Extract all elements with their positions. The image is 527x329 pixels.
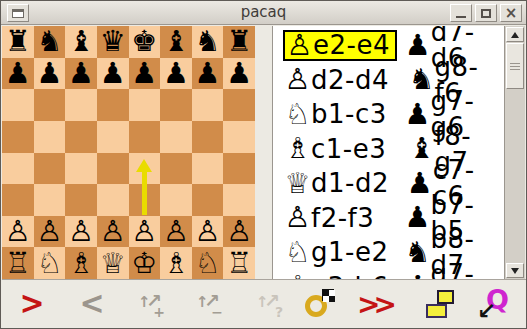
previous-move-button[interactable]: < [74,286,110,322]
branch-question-icon: ↑ ↗ ? [255,289,285,319]
square-h2[interactable]: ♙ [223,216,255,248]
square-h4[interactable] [223,153,255,185]
move-text: g7-h6 [431,261,503,279]
piece: ♙ [226,217,252,246]
piece: ♟ [163,59,189,88]
white-move-2[interactable]: ♙d2-d4 [283,64,400,95]
square-f6[interactable] [160,89,192,121]
move-text: f2-f3 [311,205,374,231]
square-f5[interactable] [160,121,192,153]
square-g4[interactable] [192,153,224,185]
square-c4[interactable] [65,153,97,185]
piece: ♞ [195,27,221,56]
square-b3[interactable] [34,184,66,216]
piece: ♖ [226,249,252,278]
piece-icon: ♞ [405,238,431,267]
square-e7[interactable]: ♟ [129,58,161,90]
engine-button[interactable] [301,286,337,322]
move-text: d1-d2 [311,170,389,196]
square-e2[interactable]: ♙ [129,216,161,248]
square-g6[interactable] [192,89,224,121]
square-c2[interactable]: ♙ [65,216,97,248]
piece: ♙ [100,217,126,246]
move-row-8: ♗e3-h6♝g7-h6 [273,270,504,280]
square-e6[interactable] [129,89,161,121]
piece: ♜ [5,27,31,56]
piece-icon: ♘ [284,100,311,129]
square-c3[interactable] [65,184,97,216]
piece: ♙ [195,217,221,246]
square-d4[interactable] [97,153,129,185]
maximize-icon [481,9,491,18]
white-move-5[interactable]: ♕d1-d2 [283,168,399,199]
piece-icon: ♗ [284,272,311,279]
move-arrow-head [136,159,152,172]
minimize-button[interactable] [450,4,472,22]
square-f2[interactable]: ♙ [160,216,192,248]
yellow-windows-icon [425,290,455,318]
square-g2[interactable]: ♙ [192,216,224,248]
piece-icon: ♟ [405,100,431,129]
piece: ♙ [5,217,31,246]
move-list-scrollbar[interactable] [504,26,525,279]
square-g3[interactable] [192,184,224,216]
piece: ♟ [195,59,221,88]
queen-arrow-icon: Q ↙ [479,289,509,319]
thumb-grip [510,66,520,67]
fast-forward-button[interactable]: >> [359,286,395,322]
square-f8[interactable]: ♝ [160,26,192,58]
piece: ♟ [226,59,252,88]
back-chevron-icon: < [79,288,104,320]
piece: ♙ [163,217,189,246]
white-move-3[interactable]: ♘b1-c3 [283,99,397,130]
close-button[interactable]: × [500,4,522,22]
square-b1[interactable]: ♘ [34,247,66,279]
piece: ♗ [68,249,94,278]
window-title: pacaq [1,3,526,21]
square-d3[interactable] [97,184,129,216]
square-d7[interactable]: ♟ [97,58,129,90]
piece: ♞ [36,27,62,56]
square-h6[interactable] [223,89,255,121]
piece: ♟ [100,59,126,88]
square-b7[interactable]: ♟ [34,58,66,90]
square-a8[interactable]: ♜ [2,26,34,58]
up-arrow-icon [511,32,519,38]
square-f4[interactable] [160,153,192,185]
windows-button[interactable] [422,286,458,322]
move-text: b1-c3 [311,101,387,127]
gold-ring-checker-icon [304,289,334,319]
branch-minus-icon: ↑ ↗ − [195,289,225,319]
square-f1[interactable]: ♗ [160,247,192,279]
down-arrow-icon [511,268,519,274]
double-chevron-icon: >> [357,288,397,321]
square-a3[interactable] [2,184,34,216]
white-move-7[interactable]: ♘g1-e2 [283,237,397,268]
piece: ♕ [100,249,126,278]
square-c7[interactable]: ♟ [65,58,97,90]
square-d5[interactable] [97,121,129,153]
piece-icon: ♕ [284,169,311,198]
move-text: e2-e4 [313,32,390,58]
delete-variation-button[interactable]: ↑ ↗ − [192,286,228,322]
piece-icon: ♙ [286,31,313,60]
next-move-button[interactable]: > [14,286,50,322]
quit-button[interactable]: Q ↙ [476,286,512,322]
square-a1[interactable]: ♖ [2,247,34,279]
square-b5[interactable] [34,121,66,153]
piece: ♙ [36,217,62,246]
piece: ♝ [68,27,94,56]
thumb-grip [510,63,520,64]
move-text: d2-d4 [311,67,389,93]
toolbar: > < ↑ ↗ + ↑ ↗ − ↑ ↗ ? [2,279,527,328]
square-b2[interactable]: ♙ [34,216,66,248]
square-g5[interactable] [192,121,224,153]
chess-board: ♜♞♝♛♚♝♞♜♟♟♟♟♟♟♟♟♙♙♙♙♙♙♙♙♖♘♗♕♔♗♘♖ [2,26,255,279]
piece-icon: ♙ [284,203,311,232]
move-arrow-line [142,171,147,215]
forward-chevron-icon: > [19,288,44,320]
variation-query-button[interactable]: ↑ ↗ ? [252,286,288,322]
square-g8[interactable]: ♞ [192,26,224,58]
square-e5[interactable] [129,121,161,153]
square-h1[interactable]: ♖ [223,247,255,279]
move-list: ♙e2-e4♟d7-d6♙d2-d4♞g8-f6♘b1-c3♟g7-g6♗c1-… [272,26,504,279]
square-f7[interactable]: ♟ [160,58,192,90]
black-move-8[interactable]: ♝g7-h6 [404,271,504,279]
square-f3[interactable] [160,184,192,216]
title-bar: pacaq × [1,1,526,25]
scroll-down-button[interactable] [506,263,524,278]
piece: ♘ [36,249,62,278]
app-window: pacaq × ♜♞♝♛♚♝♞♜♟♟♟♟♟♟♟♟♙♙♙♙♙♙♙♙♖♘♗♕♔♗♘♖… [0,0,527,329]
square-c8[interactable]: ♝ [65,26,97,58]
white-move-4[interactable]: ♗c1-e3 [283,133,400,164]
square-e1[interactable]: ♔ [129,247,161,279]
scroll-up-button[interactable] [506,27,524,42]
white-move-8[interactable]: ♗e3-h6 [283,271,397,279]
square-c6[interactable] [65,89,97,121]
scrollbar-thumb[interactable] [506,43,524,89]
piece: ♚ [131,27,157,56]
white-move-1[interactable]: ♙e2-e4 [283,30,397,61]
piece: ♙ [68,217,94,246]
square-a5[interactable] [2,121,34,153]
piece-icon: ♝ [408,134,434,163]
piece: ♘ [195,249,221,278]
square-a4[interactable] [2,153,34,185]
piece-icon: ♟ [405,203,431,232]
square-h8[interactable]: ♜ [223,26,255,58]
piece: ♟ [36,59,62,88]
square-h5[interactable] [223,121,255,153]
white-move-6[interactable]: ♙f2-f3 [283,202,397,233]
square-b6[interactable] [34,89,66,121]
piece: ♖ [5,249,31,278]
piece-icon: ♗ [284,134,311,163]
square-h7[interactable]: ♟ [223,58,255,90]
square-c5[interactable] [65,121,97,153]
piece: ♔ [131,249,157,278]
piece-icon: ♝ [405,272,431,279]
maximize-button[interactable] [475,4,497,22]
square-a6[interactable] [2,89,34,121]
minimize-icon [456,16,466,18]
square-d1[interactable]: ♕ [97,247,129,279]
move-text: c1-e3 [311,136,386,162]
thumb-grip [510,69,520,70]
piece: ♗ [163,249,189,278]
piece: ♟ [131,59,157,88]
square-b4[interactable] [34,153,66,185]
piece-icon: ♙ [284,65,311,94]
square-e8[interactable]: ♚ [129,26,161,58]
branch-plus-icon: ↑ ↗ + [137,289,167,319]
piece: ♙ [131,217,157,246]
piece-icon: ♟ [407,169,433,198]
square-g1[interactable]: ♘ [192,247,224,279]
square-b8[interactable]: ♞ [34,26,66,58]
square-d2[interactable]: ♙ [97,216,129,248]
piece: ♟ [5,59,31,88]
piece: ♜ [226,27,252,56]
move-text: g1-e2 [311,239,388,265]
piece: ♟ [68,59,94,88]
piece-icon: ♟ [405,31,431,60]
add-variation-button[interactable]: ↑ ↗ + [134,286,170,322]
square-d8[interactable]: ♛ [97,26,129,58]
piece: ♝ [163,27,189,56]
square-g7[interactable]: ♟ [192,58,224,90]
square-a7[interactable]: ♟ [2,58,34,90]
square-d6[interactable] [97,89,129,121]
square-c1[interactable]: ♗ [65,247,97,279]
piece: ♛ [100,27,126,56]
piece-icon: ♘ [284,238,311,267]
square-h3[interactable] [223,184,255,216]
square-a2[interactable]: ♙ [2,216,34,248]
